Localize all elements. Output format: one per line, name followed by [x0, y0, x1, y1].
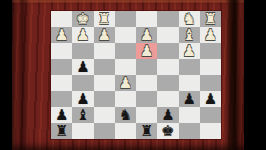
black-pawn: ♟: [161, 108, 174, 123]
square-a6[interactable]: ♟: [200, 91, 221, 107]
white-king: ♚: [76, 12, 89, 27]
square-g1[interactable]: ♚: [72, 11, 93, 27]
square-g4[interactable]: ♟: [72, 59, 93, 75]
square-a5[interactable]: [200, 75, 221, 91]
square-e5[interactable]: ♟: [115, 75, 136, 91]
square-h6[interactable]: [51, 91, 72, 107]
square-e1[interactable]: [115, 11, 136, 27]
square-e2[interactable]: [115, 27, 136, 43]
square-c3[interactable]: [157, 43, 178, 59]
white-pawn: ♟: [76, 28, 89, 43]
square-b8[interactable]: [179, 123, 200, 139]
square-f1[interactable]: ♜: [94, 11, 115, 27]
square-d8[interactable]: ♜: [136, 123, 157, 139]
square-d2[interactable]: ♟: [136, 27, 157, 43]
square-h2[interactable]: ♟: [51, 27, 72, 43]
square-h1[interactable]: [51, 11, 72, 27]
white-knight: ♞: [182, 12, 195, 27]
square-f2[interactable]: ♟: [94, 27, 115, 43]
square-f3[interactable]: [94, 43, 115, 59]
square-e6[interactable]: [115, 91, 136, 107]
square-b1[interactable]: ♞: [179, 11, 200, 27]
black-bishop: ♝: [76, 108, 89, 123]
square-h4[interactable]: [51, 59, 72, 75]
black-pawn: ♟: [182, 92, 195, 107]
black-pawn: ♟: [55, 108, 68, 123]
square-g6[interactable]: ♟: [72, 91, 93, 107]
square-a3[interactable]: [200, 43, 221, 59]
square-a8[interactable]: [200, 123, 221, 139]
square-c8[interactable]: ♚: [157, 123, 178, 139]
square-b4[interactable]: [179, 59, 200, 75]
white-bishop: ♝: [182, 28, 195, 43]
square-g8[interactable]: [72, 123, 93, 139]
black-rook: ♜: [55, 124, 68, 139]
square-h8[interactable]: ♜: [51, 123, 72, 139]
square-c6[interactable]: [157, 91, 178, 107]
square-b3[interactable]: ♟: [179, 43, 200, 59]
square-a7[interactable]: [200, 107, 221, 123]
video-still: ♚♜♞♜♟♟♟♟♝♟♟♟♟♟♟♟♟♟♝♞♟♜♜♚: [0, 0, 266, 150]
square-a2[interactable]: ♟: [200, 27, 221, 43]
square-f4[interactable]: [94, 59, 115, 75]
square-d7[interactable]: [136, 107, 157, 123]
black-king: ♚: [161, 124, 174, 139]
white-pawn: ♟: [119, 76, 132, 91]
square-f8[interactable]: [94, 123, 115, 139]
square-d6[interactable]: [136, 91, 157, 107]
white-pawn: ♟: [182, 44, 195, 59]
square-f7[interactable]: [94, 107, 115, 123]
white-pawn: ♟: [97, 28, 110, 43]
square-b7[interactable]: [179, 107, 200, 123]
square-g3[interactable]: [72, 43, 93, 59]
black-pawn: ♟: [204, 92, 217, 107]
wood-grain-streak: [17, 0, 30, 150]
square-c2[interactable]: [157, 27, 178, 43]
square-d1[interactable]: [136, 11, 157, 27]
chess-board: ♚♜♞♜♟♟♟♟♝♟♟♟♟♟♟♟♟♟♝♞♟♜♜♚: [51, 11, 221, 139]
square-e8[interactable]: [115, 123, 136, 139]
square-h3[interactable]: [51, 43, 72, 59]
square-g2[interactable]: ♟: [72, 27, 93, 43]
square-c1[interactable]: [157, 11, 178, 27]
white-pawn: ♟: [140, 28, 153, 43]
square-f5[interactable]: [94, 75, 115, 91]
square-d4[interactable]: [136, 59, 157, 75]
black-pawn: ♟: [76, 92, 89, 107]
square-c7[interactable]: ♟: [157, 107, 178, 123]
square-f6[interactable]: [94, 91, 115, 107]
square-e7[interactable]: ♞: [115, 107, 136, 123]
square-b5[interactable]: [179, 75, 200, 91]
square-a4[interactable]: [200, 59, 221, 75]
white-pawn: ♟: [140, 44, 153, 59]
square-c4[interactable]: [157, 59, 178, 75]
square-e3[interactable]: [115, 43, 136, 59]
square-c5[interactable]: [157, 75, 178, 91]
square-b6[interactable]: ♟: [179, 91, 200, 107]
square-g5[interactable]: [72, 75, 93, 91]
black-knight: ♞: [119, 108, 132, 123]
black-rook: ♜: [140, 124, 153, 139]
white-rook: ♜: [97, 12, 110, 27]
square-e4[interactable]: [115, 59, 136, 75]
square-d5[interactable]: [136, 75, 157, 91]
square-b2[interactable]: ♝: [179, 27, 200, 43]
wood-grain-streak: [225, 0, 242, 150]
white-pawn: ♟: [204, 28, 217, 43]
square-g7[interactable]: ♝: [72, 107, 93, 123]
square-a1[interactable]: ♜: [200, 11, 221, 27]
white-pawn: ♟: [55, 28, 68, 43]
square-h7[interactable]: ♟: [51, 107, 72, 123]
square-h5[interactable]: [51, 75, 72, 91]
black-pawn: ♟: [76, 60, 89, 75]
white-rook: ♜: [204, 12, 217, 27]
square-d3[interactable]: ♟: [136, 43, 157, 59]
